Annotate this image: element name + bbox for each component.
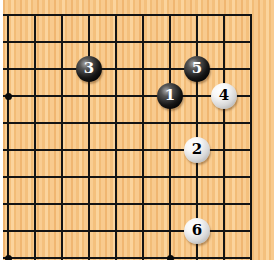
star-point <box>5 93 12 100</box>
grid-line-vertical <box>250 14 252 260</box>
stone-black-move-5[interactable]: 5 <box>184 56 210 82</box>
grid-line-horizontal <box>3 68 252 70</box>
stone-white-move-4[interactable]: 4 <box>211 83 237 109</box>
go-board-diagram: 351426 <box>0 0 274 260</box>
grid-line-vertical <box>142 14 144 260</box>
stone-black-move-1[interactable]: 1 <box>157 83 183 109</box>
move-number-label: 4 <box>219 88 229 104</box>
move-number-label: 3 <box>84 61 94 77</box>
grid-line-horizontal <box>3 230 252 232</box>
grid-line-vertical <box>34 14 36 260</box>
grid-line-vertical <box>61 14 63 260</box>
grid-line-horizontal <box>3 41 252 43</box>
grid-line-horizontal <box>3 149 252 151</box>
star-point <box>167 255 174 260</box>
move-number-label: 6 <box>192 223 202 239</box>
grid-line-vertical <box>7 14 9 260</box>
grid-line-horizontal <box>3 257 252 259</box>
grid-line-vertical <box>115 14 117 260</box>
stone-white-move-2[interactable]: 2 <box>184 137 210 163</box>
grid-line-horizontal <box>3 122 252 124</box>
grid-line-vertical <box>223 14 225 260</box>
move-number-label: 2 <box>192 142 202 158</box>
grid-line-vertical <box>88 14 90 260</box>
stone-white-move-6[interactable]: 6 <box>184 218 210 244</box>
grid-line-vertical <box>169 14 171 260</box>
star-point <box>5 255 12 260</box>
move-number-label: 5 <box>192 61 202 77</box>
board-wood-surface[interactable] <box>3 0 274 260</box>
grid-line-horizontal <box>3 203 252 205</box>
grid-line-horizontal <box>3 176 252 178</box>
move-number-label: 1 <box>165 88 175 104</box>
stone-black-move-3[interactable]: 3 <box>76 56 102 82</box>
grid-line-horizontal <box>3 14 252 16</box>
